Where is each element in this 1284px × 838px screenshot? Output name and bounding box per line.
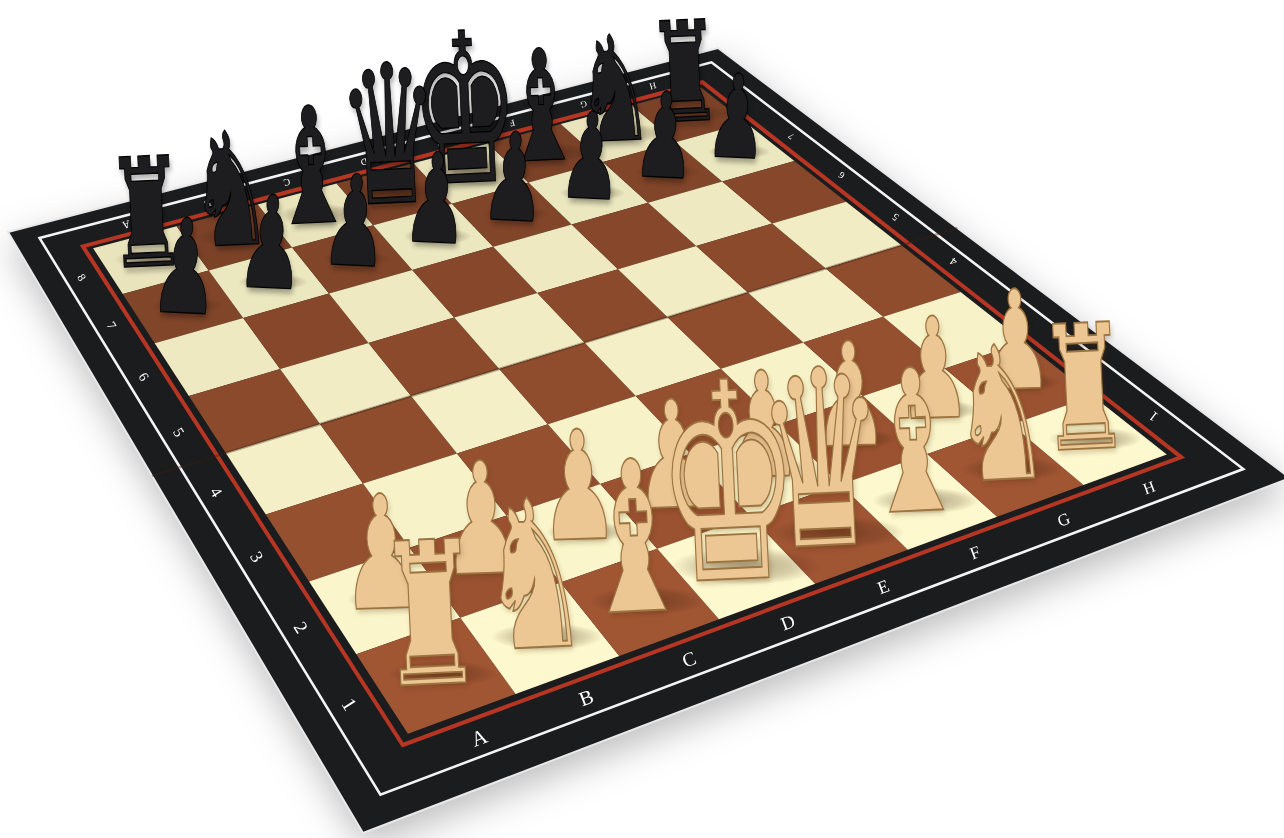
pawn-glyph: ♟ xyxy=(235,178,308,309)
bishop-glyph: ♝ xyxy=(574,432,693,646)
chess-set-product-photo: 88AA77BB66CC55DD44EE33FF22GG11HH ♜♞♝♛♚♝♞… xyxy=(0,0,1284,838)
pawn-glyph: ♟ xyxy=(400,136,471,263)
pawn-glyph: ♟ xyxy=(148,200,222,334)
pawn-glyph: ♟ xyxy=(479,116,548,241)
pawn-glyph: ♟ xyxy=(631,77,698,198)
pawn-glyph: ♟ xyxy=(704,58,770,176)
pawn-glyph: ♟ xyxy=(319,157,391,286)
rook-glyph: ♜ xyxy=(374,514,487,717)
knight-glyph: ♞ xyxy=(475,471,592,682)
pawn-glyph: ♟ xyxy=(557,96,625,218)
